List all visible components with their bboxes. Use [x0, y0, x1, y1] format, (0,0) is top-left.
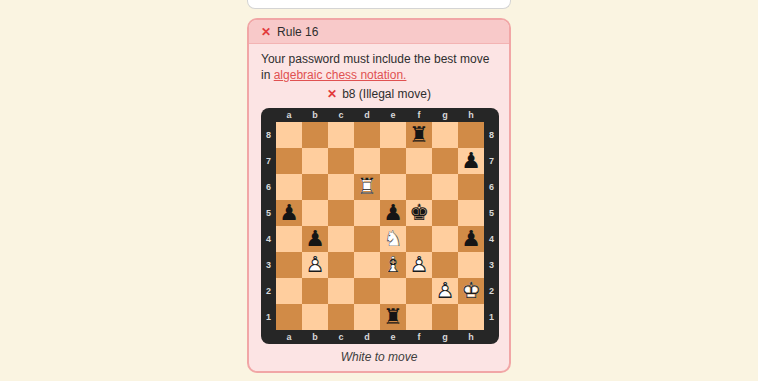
rank-label-2: 2 [484, 278, 499, 304]
white-rook-d6: ♜♖ [354, 174, 380, 200]
square-e5: ♟ [380, 200, 406, 226]
square-b6 [302, 174, 328, 200]
square-d5 [354, 200, 380, 226]
square-f1 [406, 304, 432, 330]
square-c3 [328, 252, 354, 278]
square-b3: ♟♙ [302, 252, 328, 278]
square-b4: ♟ [302, 226, 328, 252]
rank-label-7: 7 [261, 148, 276, 174]
square-f2 [406, 278, 432, 304]
file-label-d: d [354, 330, 380, 344]
black-rook-e1: ♜ [380, 304, 406, 330]
rank-label-8: 8 [484, 122, 499, 148]
file-label-c: c [328, 108, 354, 122]
file-label-a: a [276, 330, 302, 344]
file-label-d: d [354, 108, 380, 122]
piece-outline: ♙ [432, 278, 458, 304]
side-to-move-label: White to move [261, 350, 497, 364]
square-a8 [276, 122, 302, 148]
square-d6: ♜♖ [354, 174, 380, 200]
file-label-a: a [276, 108, 302, 122]
rank-label-4: 4 [261, 226, 276, 252]
rule-description: Your password must include the best move… [261, 51, 497, 83]
rank-label-4: 4 [484, 226, 499, 252]
square-h4: ♟ [458, 226, 484, 252]
illegal-move-x-icon: ✕ [327, 88, 337, 100]
rule-body: Your password must include the best move… [249, 44, 509, 371]
square-b2 [302, 278, 328, 304]
board-frame-corner [261, 330, 276, 344]
square-e4: ♞♘ [380, 226, 406, 252]
square-d8 [354, 122, 380, 148]
black-pawn-a5: ♟ [276, 200, 302, 226]
square-d3 [354, 252, 380, 278]
square-h2: ♚♔ [458, 278, 484, 304]
square-c6 [328, 174, 354, 200]
square-c4 [328, 226, 354, 252]
rank-label-1: 1 [261, 304, 276, 330]
square-a1 [276, 304, 302, 330]
square-f8: ♜ [406, 122, 432, 148]
square-e2 [380, 278, 406, 304]
board-frame-corner [484, 330, 499, 344]
rank-label-8: 8 [261, 122, 276, 148]
file-label-h: h [458, 108, 484, 122]
rule-number-label: Rule 16 [277, 25, 318, 39]
piece-outline: ♙ [302, 252, 328, 278]
rank-label-7: 7 [484, 148, 499, 174]
square-c8 [328, 122, 354, 148]
square-f6 [406, 174, 432, 200]
square-c1 [328, 304, 354, 330]
rank-label-2: 2 [261, 278, 276, 304]
rank-label-5: 5 [484, 200, 499, 226]
board-frame-corner [261, 108, 276, 122]
black-rook-f8: ♜ [406, 122, 432, 148]
square-b5 [302, 200, 328, 226]
square-a3 [276, 252, 302, 278]
square-g8 [432, 122, 458, 148]
square-e1: ♜ [380, 304, 406, 330]
square-e8 [380, 122, 406, 148]
black-pawn-e5: ♟ [380, 200, 406, 226]
rank-label-6: 6 [484, 174, 499, 200]
file-label-c: c [328, 330, 354, 344]
white-bishop-e3: ♝♗ [380, 252, 406, 278]
board-frame-corner [484, 108, 499, 122]
piece-outline: ♖ [354, 174, 380, 200]
black-pawn-b4: ♟ [302, 226, 328, 252]
square-g7 [432, 148, 458, 174]
illegal-move-message: ✕ b8 (Illegal move) [261, 87, 497, 101]
square-h3 [458, 252, 484, 278]
file-label-g: g [432, 330, 458, 344]
file-label-g: g [432, 108, 458, 122]
white-pawn-b3: ♟♙ [302, 252, 328, 278]
square-h6 [458, 174, 484, 200]
file-label-f: f [406, 108, 432, 122]
square-d4 [354, 226, 380, 252]
square-c5 [328, 200, 354, 226]
square-f3: ♟♙ [406, 252, 432, 278]
white-pawn-f3: ♟♙ [406, 252, 432, 278]
rank-label-5: 5 [261, 200, 276, 226]
square-a5: ♟ [276, 200, 302, 226]
square-b8 [302, 122, 328, 148]
square-h8 [458, 122, 484, 148]
rank-label-3: 3 [484, 252, 499, 278]
file-label-b: b [302, 330, 328, 344]
black-king-f5: ♚ [406, 200, 432, 226]
square-e7 [380, 148, 406, 174]
square-g6 [432, 174, 458, 200]
square-b7 [302, 148, 328, 174]
square-d2 [354, 278, 380, 304]
file-label-h: h [458, 330, 484, 344]
rule-card: ✕ Rule 16 Your password must include the… [247, 18, 511, 373]
black-pawn-h4: ♟ [458, 226, 484, 252]
square-h7: ♟ [458, 148, 484, 174]
square-a6 [276, 174, 302, 200]
chess-board: abcdefgh8♜87♟76♜♖65♟♟♚54♟♞♘♟43♟♙♝♗♟♙32♟♙… [261, 108, 499, 344]
square-g5 [432, 200, 458, 226]
white-pawn-g2: ♟♙ [432, 278, 458, 304]
square-g2: ♟♙ [432, 278, 458, 304]
square-b1 [302, 304, 328, 330]
square-e3: ♝♗ [380, 252, 406, 278]
piece-outline: ♔ [458, 278, 484, 304]
illegal-move-text: b8 (Illegal move) [342, 87, 431, 101]
square-g3 [432, 252, 458, 278]
square-e6 [380, 174, 406, 200]
square-f5: ♚ [406, 200, 432, 226]
square-g1 [432, 304, 458, 330]
white-king-h2: ♚♔ [458, 278, 484, 304]
square-c2 [328, 278, 354, 304]
rank-label-1: 1 [484, 304, 499, 330]
piece-outline: ♗ [380, 252, 406, 278]
rule-failed-x-icon: ✕ [261, 26, 271, 38]
black-pawn-h7: ♟ [458, 148, 484, 174]
white-knight-e4: ♞♘ [380, 226, 406, 252]
password-input-card [247, 0, 511, 9]
square-f7 [406, 148, 432, 174]
square-a2 [276, 278, 302, 304]
rule-header: ✕ Rule 16 [249, 20, 509, 44]
file-label-e: e [380, 330, 406, 344]
square-h1 [458, 304, 484, 330]
square-a7 [276, 148, 302, 174]
chess-notation-link[interactable]: algebraic chess notation. [274, 68, 407, 82]
file-label-b: b [302, 108, 328, 122]
square-f4 [406, 226, 432, 252]
piece-outline: ♙ [406, 252, 432, 278]
square-h5 [458, 200, 484, 226]
square-g4 [432, 226, 458, 252]
content-column: ✕ Rule 16 Your password must include the… [247, 0, 511, 381]
square-d7 [354, 148, 380, 174]
square-d1 [354, 304, 380, 330]
rank-label-6: 6 [261, 174, 276, 200]
square-a4 [276, 226, 302, 252]
file-label-f: f [406, 330, 432, 344]
piece-outline: ♘ [380, 226, 406, 252]
square-c7 [328, 148, 354, 174]
rank-label-3: 3 [261, 252, 276, 278]
file-label-e: e [380, 108, 406, 122]
